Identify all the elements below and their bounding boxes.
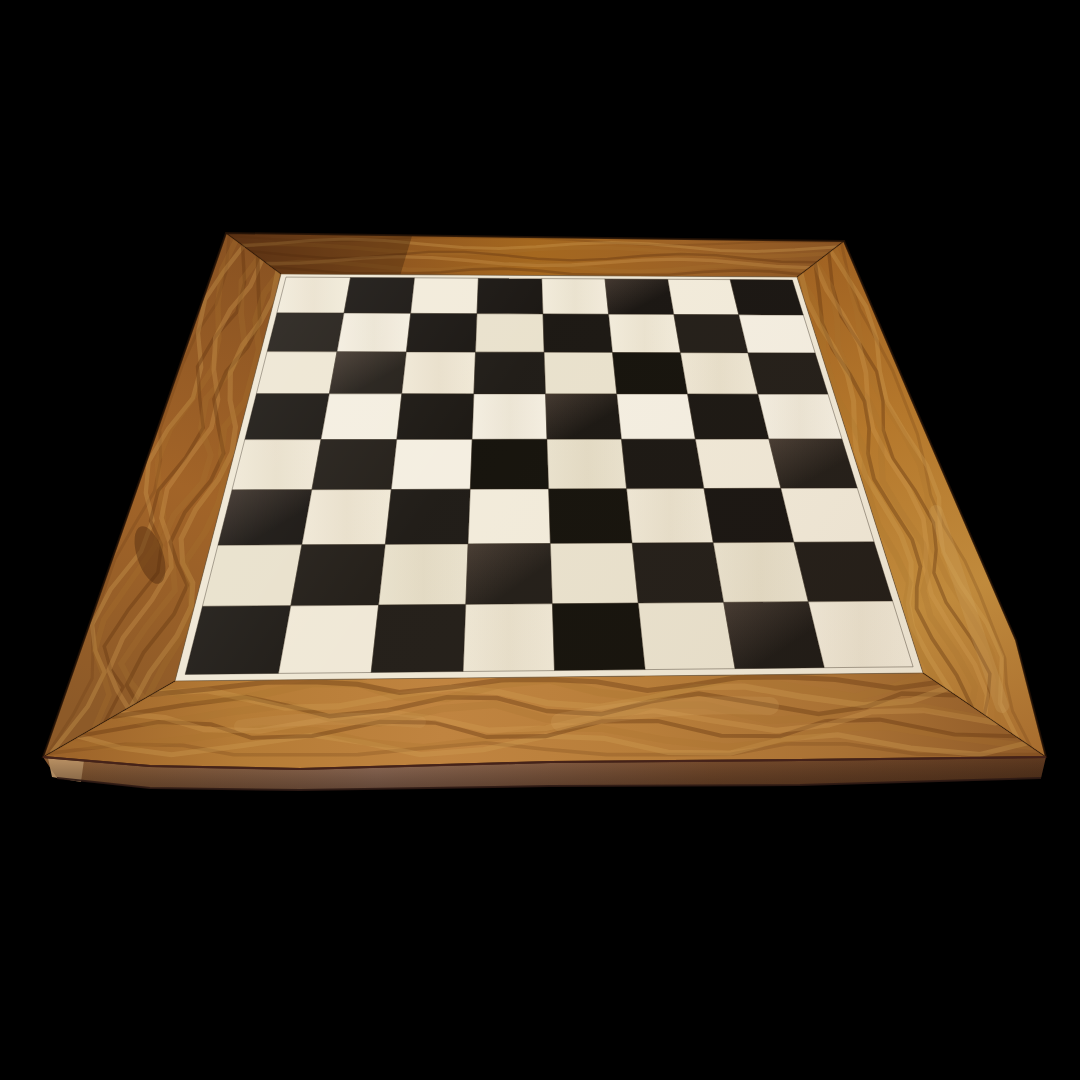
gloss-reflection [175, 274, 923, 681]
frame-side-bottom [43, 673, 1046, 769]
chessboard-photo-scene [0, 0, 1080, 1080]
chessboard [0, 0, 1080, 1080]
